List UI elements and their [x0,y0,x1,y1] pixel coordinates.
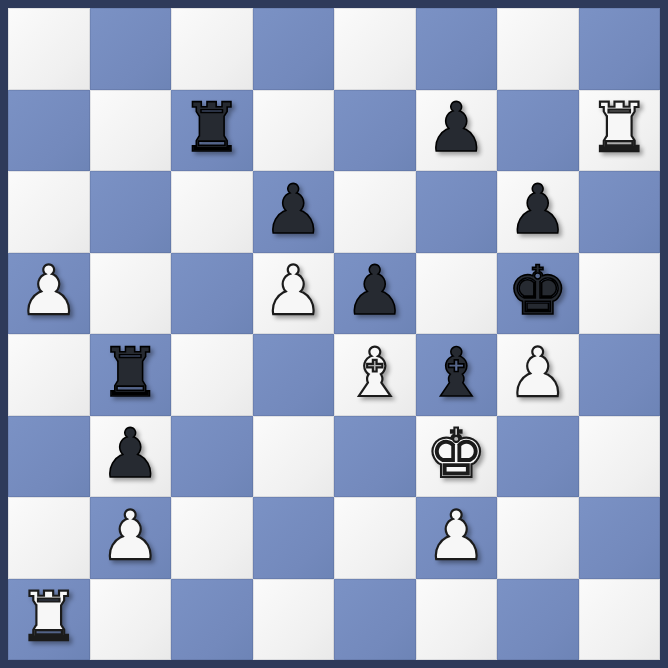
square-a7[interactable] [8,90,90,172]
square-b3[interactable]: ♟ [90,416,172,498]
piece-white-rook-h7[interactable]: ♜ [589,94,650,162]
square-g8[interactable] [497,8,579,90]
square-e4[interactable]: ♝ [334,334,416,416]
square-b5[interactable] [90,253,172,335]
square-e1[interactable] [334,579,416,661]
chess-board: ♜♟♜♟♟♟♟♟♚♜♝♝♟♟♚♟♟♜ [8,8,660,660]
square-h5[interactable] [579,253,661,335]
square-b7[interactable] [90,90,172,172]
square-b2[interactable]: ♟ [90,497,172,579]
piece-black-pawn-f7[interactable]: ♟ [426,94,487,162]
chess-board-frame: ♜♟♜♟♟♟♟♟♚♜♝♝♟♟♚♟♟♜ [0,0,668,668]
square-g1[interactable] [497,579,579,661]
square-f7[interactable]: ♟ [416,90,498,172]
piece-black-pawn-b3[interactable]: ♟ [100,420,161,488]
square-f6[interactable] [416,171,498,253]
square-c2[interactable] [171,497,253,579]
square-d6[interactable]: ♟ [253,171,335,253]
piece-white-rook-a1[interactable]: ♜ [18,583,79,651]
square-c7[interactable]: ♜ [171,90,253,172]
square-a8[interactable] [8,8,90,90]
square-d1[interactable] [253,579,335,661]
square-b1[interactable] [90,579,172,661]
square-f4[interactable]: ♝ [416,334,498,416]
piece-white-bishop-e4[interactable]: ♝ [344,339,405,407]
square-d5[interactable]: ♟ [253,253,335,335]
piece-black-pawn-d6[interactable]: ♟ [263,176,324,244]
square-h7[interactable]: ♜ [579,90,661,172]
square-a4[interactable] [8,334,90,416]
square-c8[interactable] [171,8,253,90]
square-d4[interactable] [253,334,335,416]
square-h6[interactable] [579,171,661,253]
piece-white-king-f3[interactable]: ♚ [426,420,487,488]
square-a6[interactable] [8,171,90,253]
square-e2[interactable] [334,497,416,579]
piece-white-pawn-d5[interactable]: ♟ [263,257,324,325]
square-c4[interactable] [171,334,253,416]
piece-white-pawn-g4[interactable]: ♟ [507,339,568,407]
square-c5[interactable] [171,253,253,335]
square-f1[interactable] [416,579,498,661]
square-f5[interactable] [416,253,498,335]
square-c6[interactable] [171,171,253,253]
square-g6[interactable]: ♟ [497,171,579,253]
square-f8[interactable] [416,8,498,90]
square-g2[interactable] [497,497,579,579]
square-d7[interactable] [253,90,335,172]
square-a5[interactable]: ♟ [8,253,90,335]
square-g3[interactable] [497,416,579,498]
square-f2[interactable]: ♟ [416,497,498,579]
piece-black-pawn-g6[interactable]: ♟ [507,176,568,244]
square-a2[interactable] [8,497,90,579]
piece-white-pawn-f2[interactable]: ♟ [426,502,487,570]
square-e3[interactable] [334,416,416,498]
piece-white-pawn-a5[interactable]: ♟ [18,257,79,325]
square-h2[interactable] [579,497,661,579]
square-d3[interactable] [253,416,335,498]
square-c3[interactable] [171,416,253,498]
square-b6[interactable] [90,171,172,253]
square-e6[interactable] [334,171,416,253]
square-b4[interactable]: ♜ [90,334,172,416]
piece-black-king-g5[interactable]: ♚ [507,257,568,325]
piece-white-pawn-b2[interactable]: ♟ [100,502,161,570]
square-e8[interactable] [334,8,416,90]
square-e5[interactable]: ♟ [334,253,416,335]
square-f3[interactable]: ♚ [416,416,498,498]
piece-black-rook-c7[interactable]: ♜ [181,94,242,162]
square-h8[interactable] [579,8,661,90]
square-g5[interactable]: ♚ [497,253,579,335]
square-h3[interactable] [579,416,661,498]
square-h1[interactable] [579,579,661,661]
piece-black-rook-b4[interactable]: ♜ [100,339,161,407]
square-h4[interactable] [579,334,661,416]
square-c1[interactable] [171,579,253,661]
piece-black-pawn-e5[interactable]: ♟ [344,257,405,325]
square-g4[interactable]: ♟ [497,334,579,416]
square-d2[interactable] [253,497,335,579]
piece-black-bishop-f4[interactable]: ♝ [426,339,487,407]
square-b8[interactable] [90,8,172,90]
square-a1[interactable]: ♜ [8,579,90,661]
square-d8[interactable] [253,8,335,90]
square-a3[interactable] [8,416,90,498]
square-e7[interactable] [334,90,416,172]
square-g7[interactable] [497,90,579,172]
